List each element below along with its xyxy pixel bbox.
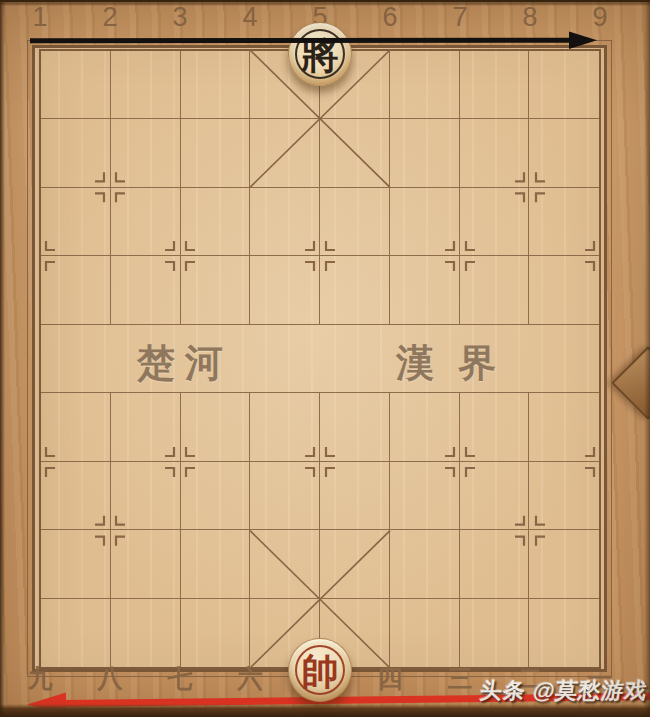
black-general-piece[interactable]: 將 [288, 22, 352, 86]
board-cell [390, 530, 460, 598]
board-cell [111, 256, 181, 324]
board-cell [460, 599, 530, 667]
board-cell [181, 256, 251, 324]
board-cell [529, 462, 599, 530]
xiangqi-board-screenshot: 楚河 漢界 1 2 3 4 5 6 7 8 9 九 八 七 六 五 四 三 二 … [0, 0, 650, 717]
board-cell [111, 393, 181, 461]
photo-edge-right [644, 0, 650, 717]
red-general-glyph: 帥 [302, 653, 339, 690]
board-cell [181, 393, 251, 461]
board-cell [320, 256, 390, 324]
file-label-top-3: 3 [160, 2, 200, 32]
board-cell [181, 462, 251, 530]
file-label-bottom-3: 三 [440, 664, 480, 692]
board-cell [181, 599, 251, 667]
board-cell [181, 51, 251, 119]
board-cell [250, 325, 320, 393]
board-cell [41, 599, 111, 667]
board-cell [320, 188, 390, 256]
photo-edge-left [0, 0, 5, 717]
red-general-piece[interactable]: 帥 [288, 638, 352, 702]
board-cell [41, 119, 111, 187]
board-cell [111, 188, 181, 256]
board-cell [320, 462, 390, 530]
board-cell [111, 530, 181, 598]
board-cell [460, 188, 530, 256]
black-general-glyph: 將 [302, 37, 339, 74]
file-label-bottom-4: 四 [370, 664, 410, 692]
board-cell [250, 188, 320, 256]
board-cell [111, 119, 181, 187]
board-cell [390, 462, 460, 530]
board-cell [41, 256, 111, 324]
board-cell [320, 119, 390, 187]
board-cell [529, 256, 599, 324]
board-cell [529, 51, 599, 119]
file-label-top-2: 2 [90, 2, 130, 32]
board-cell [181, 188, 251, 256]
board-cell [250, 393, 320, 461]
file-label-bottom-8: 八 [90, 664, 130, 692]
board-cell [320, 530, 390, 598]
board-cell [460, 119, 530, 187]
board-cell [529, 325, 599, 393]
board-cell [460, 256, 530, 324]
board-cell [390, 188, 460, 256]
board-cell [390, 599, 460, 667]
board-cell [41, 393, 111, 461]
board-cell [181, 119, 251, 187]
board-cell [41, 51, 111, 119]
board-cell [41, 188, 111, 256]
photo-edge-top [0, 0, 650, 6]
board-cell [529, 119, 599, 187]
board-cell [460, 462, 530, 530]
board-cell [111, 462, 181, 530]
board-cell [390, 119, 460, 187]
board-cell [529, 530, 599, 598]
board-cell [529, 599, 599, 667]
file-label-top-4: 4 [230, 2, 270, 32]
board-cell [41, 530, 111, 598]
board-cell [529, 188, 599, 256]
board-cell [41, 325, 111, 393]
board-cell [250, 530, 320, 598]
board-cell [250, 119, 320, 187]
board-cell [529, 393, 599, 461]
board-cell [390, 393, 460, 461]
board-cell [390, 51, 460, 119]
file-label-bottom-7: 七 [160, 664, 200, 692]
toutiao-watermark: 头条 @莫愁游戏 [478, 676, 650, 706]
river-label-han: 漢界 [396, 343, 520, 383]
board-cell [320, 325, 390, 393]
board-cell [111, 51, 181, 119]
board-cell [250, 462, 320, 530]
file-label-top-9: 9 [580, 2, 620, 32]
board-cell [460, 530, 530, 598]
board-cell [41, 462, 111, 530]
file-label-top-1: 1 [20, 2, 60, 32]
board-cell [390, 256, 460, 324]
board-cell [460, 393, 530, 461]
board-cell [111, 599, 181, 667]
file-label-top-6: 6 [370, 2, 410, 32]
board-cell [460, 51, 530, 119]
board-cell [320, 393, 390, 461]
file-label-bottom-9: 九 [20, 664, 60, 692]
board-cell [181, 530, 251, 598]
board-cell [250, 256, 320, 324]
river-label-chu: 楚河 [137, 343, 233, 383]
file-label-bottom-6: 六 [230, 664, 270, 692]
file-label-top-7: 7 [440, 2, 480, 32]
file-label-top-8: 8 [510, 2, 550, 32]
